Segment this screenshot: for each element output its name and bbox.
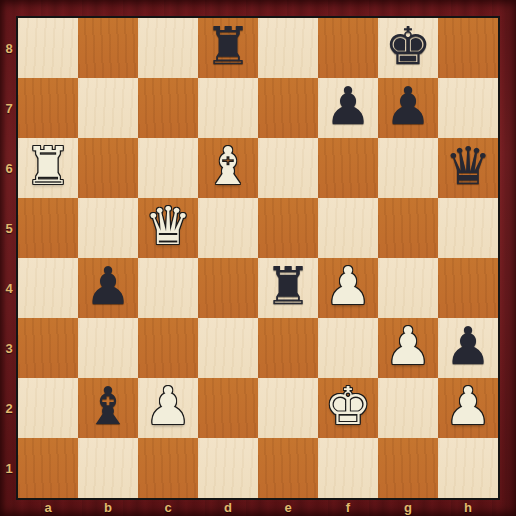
square-g4[interactable]: [378, 258, 438, 318]
square-a5[interactable]: [18, 198, 78, 258]
square-d6[interactable]: ♝: [198, 138, 258, 198]
square-e6[interactable]: [258, 138, 318, 198]
rank-label-4: 4: [0, 258, 18, 318]
square-c4[interactable]: [138, 258, 198, 318]
piece-white-bishop-d6[interactable]: ♝: [205, 140, 252, 192]
square-b7[interactable]: [78, 78, 138, 138]
piece-black-queen-h6[interactable]: ♛: [445, 140, 492, 192]
piece-black-pawn-g7[interactable]: ♟: [385, 80, 432, 132]
square-e7[interactable]: [258, 78, 318, 138]
file-label-h: h: [438, 498, 498, 516]
piece-black-pawn-b4[interactable]: ♟: [85, 260, 132, 312]
square-f2[interactable]: ♚: [318, 378, 378, 438]
square-f4[interactable]: ♟: [318, 258, 378, 318]
square-h4[interactable]: [438, 258, 498, 318]
file-label-e: e: [258, 498, 318, 516]
square-d8[interactable]: ♜: [198, 18, 258, 78]
rank-label-1: 1: [0, 438, 18, 498]
square-d1[interactable]: [198, 438, 258, 498]
rank-label-7: 7: [0, 78, 18, 138]
piece-white-pawn-g3[interactable]: ♟: [385, 320, 432, 372]
square-f8[interactable]: [318, 18, 378, 78]
piece-white-king-f2[interactable]: ♚: [325, 380, 372, 432]
square-b2[interactable]: ♝: [78, 378, 138, 438]
square-g1[interactable]: [378, 438, 438, 498]
square-d5[interactable]: [198, 198, 258, 258]
square-g3[interactable]: ♟: [378, 318, 438, 378]
square-h2[interactable]: ♟: [438, 378, 498, 438]
square-a6[interactable]: ♜: [18, 138, 78, 198]
square-h7[interactable]: [438, 78, 498, 138]
square-h5[interactable]: [438, 198, 498, 258]
square-h6[interactable]: ♛: [438, 138, 498, 198]
square-b4[interactable]: ♟: [78, 258, 138, 318]
chess-board: ♜♚♟♟♜♝♛♛♟♜♟♟♟♝♟♚♟: [18, 18, 498, 498]
square-a8[interactable]: [18, 18, 78, 78]
square-b3[interactable]: [78, 318, 138, 378]
square-c5[interactable]: ♛: [138, 198, 198, 258]
square-c1[interactable]: [138, 438, 198, 498]
rank-label-6: 6: [0, 138, 18, 198]
piece-black-bishop-b2[interactable]: ♝: [85, 380, 132, 432]
piece-black-king-g8[interactable]: ♚: [385, 20, 432, 72]
square-a3[interactable]: [18, 318, 78, 378]
square-g6[interactable]: [378, 138, 438, 198]
square-e3[interactable]: [258, 318, 318, 378]
square-a7[interactable]: [18, 78, 78, 138]
square-e4[interactable]: ♜: [258, 258, 318, 318]
square-c8[interactable]: [138, 18, 198, 78]
piece-white-queen-c5[interactable]: ♛: [145, 200, 192, 252]
piece-white-pawn-f4[interactable]: ♟: [325, 260, 372, 312]
square-c6[interactable]: [138, 138, 198, 198]
square-c7[interactable]: [138, 78, 198, 138]
square-e5[interactable]: [258, 198, 318, 258]
square-h8[interactable]: [438, 18, 498, 78]
piece-black-pawn-h3[interactable]: ♟: [445, 320, 492, 372]
piece-white-pawn-h2[interactable]: ♟: [445, 380, 492, 432]
piece-white-pawn-c2[interactable]: ♟: [145, 380, 192, 432]
square-a2[interactable]: [18, 378, 78, 438]
square-a4[interactable]: [18, 258, 78, 318]
piece-black-rook-e4[interactable]: ♜: [265, 260, 312, 312]
square-d3[interactable]: [198, 318, 258, 378]
square-a1[interactable]: [18, 438, 78, 498]
file-label-d: d: [198, 498, 258, 516]
rank-label-8: 8: [0, 18, 18, 78]
file-label-b: b: [78, 498, 138, 516]
chess-board-frame: ♜♚♟♟♜♝♛♛♟♜♟♟♟♝♟♚♟ 87654321abcdefgh: [0, 0, 516, 516]
piece-white-rook-a6[interactable]: ♜: [25, 140, 72, 192]
square-f3[interactable]: [318, 318, 378, 378]
rank-label-5: 5: [0, 198, 18, 258]
square-e8[interactable]: [258, 18, 318, 78]
square-b8[interactable]: [78, 18, 138, 78]
square-e2[interactable]: [258, 378, 318, 438]
square-b1[interactable]: [78, 438, 138, 498]
square-f5[interactable]: [318, 198, 378, 258]
square-g5[interactable]: [378, 198, 438, 258]
square-h1[interactable]: [438, 438, 498, 498]
file-label-g: g: [378, 498, 438, 516]
square-c3[interactable]: [138, 318, 198, 378]
square-f6[interactable]: [318, 138, 378, 198]
square-f1[interactable]: [318, 438, 378, 498]
square-b5[interactable]: [78, 198, 138, 258]
file-label-a: a: [18, 498, 78, 516]
square-g8[interactable]: ♚: [378, 18, 438, 78]
square-g7[interactable]: ♟: [378, 78, 438, 138]
file-label-c: c: [138, 498, 198, 516]
square-h3[interactable]: ♟: [438, 318, 498, 378]
square-g2[interactable]: [378, 378, 438, 438]
square-c2[interactable]: ♟: [138, 378, 198, 438]
square-d7[interactable]: [198, 78, 258, 138]
rank-label-2: 2: [0, 378, 18, 438]
square-b6[interactable]: [78, 138, 138, 198]
square-d4[interactable]: [198, 258, 258, 318]
rank-label-3: 3: [0, 318, 18, 378]
piece-black-pawn-f7[interactable]: ♟: [325, 80, 372, 132]
piece-black-rook-d8[interactable]: ♜: [205, 20, 252, 72]
square-e1[interactable]: [258, 438, 318, 498]
file-label-f: f: [318, 498, 378, 516]
square-d2[interactable]: [198, 378, 258, 438]
square-f7[interactable]: ♟: [318, 78, 378, 138]
